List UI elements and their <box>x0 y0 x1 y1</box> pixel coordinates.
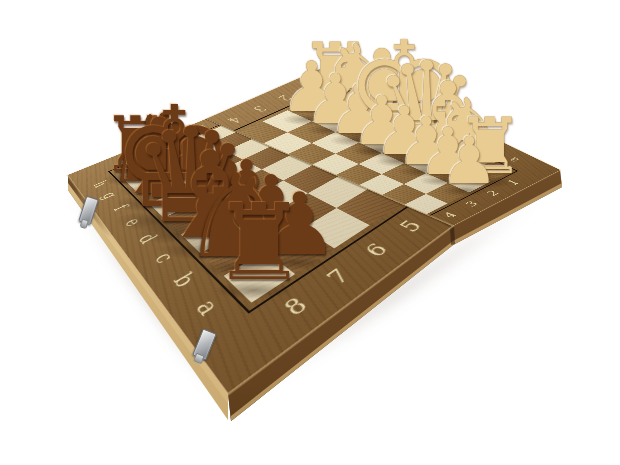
piece-black-rook[interactable]: ♜ <box>212 190 306 295</box>
piece-white-pawn[interactable]: ♟ <box>440 129 498 194</box>
pieces-layer: ♜♞♝♛♚♝♞♜♟♟♟♟♟♟♟♟♟♟♟♟♟♟♟♟♜♞♝♛♚♝♞♜ <box>0 0 620 465</box>
chess-set-photo: 87658765hgfedcba 43214321hgfedcba ♜♞♝♛♚♝… <box>0 0 620 465</box>
